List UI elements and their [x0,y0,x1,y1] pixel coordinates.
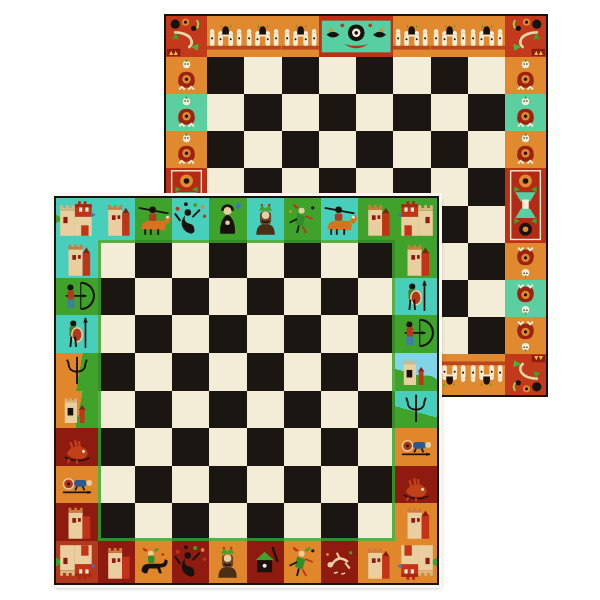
front-square-e1[interactable] [247,503,284,541]
matryoshka-icon [505,243,546,280]
border-cell-castle-scene [56,198,98,240]
hare-icon [56,428,98,466]
front-square-f5[interactable] [284,353,321,391]
border-cell-folk-plant [505,16,546,57]
castle-scene-icon [395,198,437,240]
front-square-c4[interactable] [172,391,209,429]
border-cell-castle-scene [395,198,437,240]
front-square-a6[interactable] [98,315,135,353]
front-square-h7[interactable] [358,278,395,316]
front-square-d1[interactable] [209,503,246,541]
back-square-h3[interactable] [468,243,505,280]
back-square-e8[interactable] [356,57,393,94]
border-cell-king-bust [209,541,246,583]
eye-medallion-icon [319,16,394,57]
border-cell-domes-row [282,16,319,57]
border-cell-soldier [395,278,437,316]
back-square-a8[interactable] [207,57,244,94]
castle-hill-icon [395,353,437,391]
folk-plant-icon [505,354,546,395]
front-square-e8[interactable] [247,240,284,278]
back-square-h2[interactable] [468,280,505,317]
front-square-g7[interactable] [321,278,358,316]
border-cell-hare [56,428,98,466]
front-square-b7[interactable] [135,278,172,316]
border-cell-castle-wall [395,503,437,541]
domes-row-icon [244,16,281,57]
border-cell-domes-row [468,354,505,395]
border-cell-warrior-fallen [395,428,437,466]
border-cell-castle-wall [358,198,395,240]
front-square-g2[interactable] [321,466,358,504]
border-cell-matryoshka [166,57,207,94]
trident-icon [56,353,98,391]
border-cell-juggler [172,541,209,583]
matryoshka-icon [166,57,207,94]
back-square-a6[interactable] [207,131,244,168]
front-square-c6[interactable] [172,315,209,353]
back-square-h4[interactable] [468,206,505,243]
juggler-icon [172,541,209,583]
house-club-icon [247,541,284,583]
castle-wall-icon [98,198,135,240]
back-square-e6[interactable] [356,131,393,168]
front-square-a3[interactable] [98,428,135,466]
back-square-h1[interactable] [468,317,505,354]
soldier-icon [395,278,437,316]
hare-icon [395,466,437,504]
border-cell-castle-hill [56,391,98,429]
border-cell-matryoshka [505,280,546,317]
archer-icon [56,278,98,316]
front-square-b2[interactable] [135,466,172,504]
border-cell-matryoshka [505,57,546,94]
front-square-a5[interactable] [98,353,135,391]
castle-wall-icon [358,541,395,583]
jester-donkey-icon [135,541,172,583]
matryoshka-icon [505,57,546,94]
back-square-c6[interactable] [282,131,319,168]
front-square-f8[interactable] [284,240,321,278]
front-square-b8[interactable] [135,240,172,278]
border-cell-castle-wall [56,503,98,541]
border-cell-soldier [56,315,98,353]
border-cell-jester [284,198,321,240]
back-square-e7[interactable] [356,94,393,131]
front-square-f4[interactable] [284,391,321,429]
king-bust-icon [247,198,284,240]
back-square-b8[interactable] [244,57,281,94]
back-square-d7[interactable] [319,94,356,131]
king-bust-icon [209,541,246,583]
matryoshka-icon [166,94,207,131]
border-cell-eye-medallion [319,16,394,57]
border-cell-matryoshka [166,94,207,131]
chess-side-board [54,196,439,585]
front-square-a1[interactable] [98,503,135,541]
front-square-f3[interactable] [284,428,321,466]
front-square-e3[interactable] [247,428,284,466]
front-square-e4[interactable] [247,391,284,429]
border-cell-domes-row [431,16,468,57]
front-square-a2[interactable] [98,466,135,504]
front-square-e7[interactable] [247,278,284,316]
border-cell-folk-plant [505,354,546,395]
domes-row-icon [468,16,505,57]
domes-row-icon [431,16,468,57]
back-square-b6[interactable] [244,131,281,168]
back-square-g8[interactable] [431,57,468,94]
warrior-fallen-icon [56,466,98,504]
border-cell-castle-wall [395,240,437,278]
border-cell-knight-rider [321,198,358,240]
folk-plant-icon [505,16,546,57]
border-cell-knight-rider [135,198,172,240]
front-square-h8[interactable] [358,240,395,278]
back-square-g7[interactable] [431,94,468,131]
front-square-e2[interactable] [247,466,284,504]
front-square-a8[interactable] [98,240,135,278]
border-cell-acrobat [321,541,358,583]
front-square-b5[interactable] [135,353,172,391]
front-square-f6[interactable] [284,315,321,353]
front-square-b6[interactable] [135,315,172,353]
border-cell-archer [56,278,98,316]
border-cell-warrior-fallen [56,466,98,504]
domes-row-icon [207,16,244,57]
domes-row-icon [468,354,505,395]
monk-icon [209,198,246,240]
two-sided-game-board-photo [0,0,600,600]
border-cell-trident [395,391,437,429]
border-cell-folk-plant [166,16,207,57]
border-cell-hare [395,466,437,504]
front-square-d7[interactable] [209,278,246,316]
castle-wall-icon [56,240,98,278]
castle-scene-icon [56,198,98,240]
front-square-h6[interactable] [358,315,395,353]
border-cell-jester [284,541,321,583]
border-cell-castle-wall [358,541,395,583]
border-cell-monk [209,198,246,240]
folk-plant-icon [166,16,207,57]
front-square-b1[interactable] [135,503,172,541]
border-cell-domes-row [244,16,281,57]
border-cell-castle-wall [98,541,135,583]
border-cell-domes-row [393,16,430,57]
castle-wall-icon [98,541,135,583]
knight-rider-icon [321,198,358,240]
front-square-g6[interactable] [321,315,358,353]
border-cell-matryoshka [505,317,546,354]
juggler-icon [172,198,209,240]
archer-icon [395,315,437,353]
border-cell-archer [395,315,437,353]
front-square-c2[interactable] [172,466,209,504]
knight-rider-icon [135,198,172,240]
front-square-b4[interactable] [135,391,172,429]
castle-hill-icon [56,391,98,429]
castle-scene-icon [395,541,437,583]
front-square-h3[interactable] [358,428,395,466]
front-square-a4[interactable] [98,391,135,429]
border-cell-jester-donkey [135,541,172,583]
front-square-f2[interactable] [284,466,321,504]
matryoshka-icon [505,94,546,131]
border-cell-castle-scene [56,541,98,583]
matryoshka-icon [505,317,546,354]
tulip-medallion-icon [505,168,546,242]
back-square-d8[interactable] [319,57,356,94]
front-square-d3[interactable] [209,428,246,466]
front-square-h1[interactable] [358,503,395,541]
front-square-d6[interactable] [209,315,246,353]
front-square-c5[interactable] [172,353,209,391]
front-square-g4[interactable] [321,391,358,429]
front-square-d8[interactable] [209,240,246,278]
front-square-g3[interactable] [321,428,358,466]
trident-icon [395,391,437,429]
front-square-c8[interactable] [172,240,209,278]
soldier-icon [56,315,98,353]
jester-icon [284,198,321,240]
acrobat-icon [321,541,358,583]
front-square-c3[interactable] [172,428,209,466]
matryoshka-icon [505,280,546,317]
border-cell-house-club [247,541,284,583]
border-cell-matryoshka [505,243,546,280]
border-cell-matryoshka [505,131,546,168]
front-square-d5[interactable] [209,353,246,391]
front-square-c7[interactable] [172,278,209,316]
domes-row-icon [282,16,319,57]
border-cell-matryoshka [505,94,546,131]
front-square-g5[interactable] [321,353,358,391]
border-cell-castle-scene [395,541,437,583]
back-square-c7[interactable] [282,94,319,131]
warrior-fallen-icon [395,428,437,466]
castle-wall-icon [395,503,437,541]
border-cell-castle-wall [98,198,135,240]
front-square-c1[interactable] [172,503,209,541]
border-cell-castle-wall [56,240,98,278]
castle-wall-icon [358,198,395,240]
back-square-b7[interactable] [244,94,281,131]
border-cell-matryoshka [166,131,207,168]
matryoshka-icon [166,131,207,168]
back-square-h8[interactable] [468,57,505,94]
front-square-g1[interactable] [321,503,358,541]
border-cell-domes-row [468,16,505,57]
back-square-a7[interactable] [207,94,244,131]
front-square-h4[interactable] [358,391,395,429]
front-square-f7[interactable] [284,278,321,316]
front-square-d4[interactable] [209,391,246,429]
front-square-e5[interactable] [247,353,284,391]
matryoshka-icon [505,131,546,168]
jester-icon [284,541,321,583]
border-cell-king-bust [247,198,284,240]
back-square-f6[interactable] [393,131,430,168]
back-square-h5[interactable] [468,168,505,205]
border-cell-domes-row [207,16,244,57]
back-square-c8[interactable] [282,57,319,94]
back-square-h7[interactable] [468,94,505,131]
border-cell-trident [56,353,98,391]
front-square-b3[interactable] [135,428,172,466]
castle-scene-icon [56,541,98,583]
back-square-h6[interactable] [468,131,505,168]
back-square-g6[interactable] [431,131,468,168]
front-square-d2[interactable] [209,466,246,504]
front-square-f1[interactable] [284,503,321,541]
back-square-d6[interactable] [319,131,356,168]
front-square-e6[interactable] [247,315,284,353]
front-square-g8[interactable] [321,240,358,278]
front-square-a7[interactable] [98,278,135,316]
back-square-f8[interactable] [393,57,430,94]
domes-row-icon [393,16,430,57]
border-cell-castle-hill [395,353,437,391]
castle-wall-icon [395,240,437,278]
castle-wall-icon [56,503,98,541]
front-square-h5[interactable] [358,353,395,391]
border-cell-tulip-medallion [505,168,546,242]
front-square-h2[interactable] [358,466,395,504]
border-cell-juggler [172,198,209,240]
back-square-f7[interactable] [393,94,430,131]
